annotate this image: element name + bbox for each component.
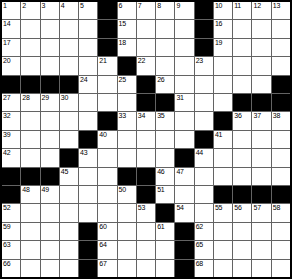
crossword-cell[interactable] (156, 39, 174, 56)
crossword-cell[interactable] (233, 168, 251, 185)
clue-number: 27 (3, 94, 10, 102)
crossword-cell-black (21, 168, 39, 185)
clue-number: 64 (99, 241, 106, 249)
crossword-cell[interactable] (214, 57, 232, 74)
crossword-cell[interactable] (60, 241, 78, 258)
clue-number: 54 (176, 204, 183, 212)
clue-number: 5 (80, 2, 84, 10)
crossword-cell[interactable]: 56 (233, 204, 251, 221)
crossword-cell[interactable] (98, 168, 116, 185)
crossword-cell[interactable]: 33 (118, 112, 136, 129)
clue-number: 7 (138, 2, 142, 10)
crossword-cell[interactable] (137, 20, 155, 37)
crossword-cell-black (79, 260, 97, 277)
crossword-cell[interactable] (21, 131, 39, 148)
crossword-cell[interactable] (214, 76, 232, 93)
crossword-cell[interactable] (252, 57, 270, 74)
crossword-cell[interactable]: 20 (2, 57, 20, 74)
crossword-cell-black (156, 204, 174, 221)
crossword-cell-black (214, 112, 232, 129)
crossword-cell[interactable] (156, 57, 174, 74)
clue-number: 41 (215, 131, 222, 139)
crossword-cell[interactable]: 23 (195, 57, 213, 74)
crossword-cell[interactable] (79, 186, 97, 203)
crossword-cell[interactable] (137, 39, 155, 56)
crossword-cell[interactable] (272, 39, 290, 56)
crossword-cell[interactable] (79, 94, 97, 111)
crossword-cell[interactable] (118, 260, 136, 277)
clue-number: 48 (22, 186, 29, 194)
crossword-cell[interactable] (175, 131, 193, 148)
clue-number: 9 (176, 2, 180, 10)
crossword-cell[interactable]: 24 (79, 76, 97, 93)
crossword-cell[interactable]: 18 (118, 39, 136, 56)
crossword-cell[interactable] (137, 260, 155, 277)
crossword-cell[interactable] (252, 131, 270, 148)
clue-number: 63 (3, 241, 10, 249)
crossword-cell[interactable] (41, 57, 59, 74)
crossword-cell[interactable] (252, 76, 270, 93)
crossword-cell[interactable] (252, 20, 270, 37)
crossword-cell[interactable] (21, 149, 39, 166)
clue-number: 26 (157, 76, 164, 84)
crossword-cell[interactable] (79, 57, 97, 74)
clue-number: 51 (157, 186, 164, 194)
crossword-cell[interactable] (41, 223, 59, 240)
crossword-cell[interactable] (195, 76, 213, 93)
clue-number: 3 (42, 2, 46, 10)
crossword-cell[interactable] (41, 112, 59, 129)
crossword-cell[interactable]: 45 (60, 168, 78, 185)
crossword-cell[interactable]: 4 (60, 2, 78, 19)
crossword-cell[interactable]: 50 (118, 186, 136, 203)
crossword-cell-black (137, 168, 155, 185)
clue-number: 35 (157, 112, 164, 120)
crossword-cell[interactable] (21, 204, 39, 221)
crossword-cell-black (118, 168, 136, 185)
crossword-cell[interactable] (98, 186, 116, 203)
crossword-cell[interactable] (98, 149, 116, 166)
clue-number: 57 (253, 204, 260, 212)
clue-number: 42 (3, 149, 10, 157)
crossword-cell[interactable] (41, 20, 59, 37)
crossword-cell[interactable]: 28 (21, 94, 39, 111)
crossword-cell[interactable] (137, 149, 155, 166)
crossword-cell[interactable] (21, 223, 39, 240)
crossword-cell[interactable]: 53 (137, 204, 155, 221)
crossword-cell[interactable] (233, 149, 251, 166)
crossword-cell[interactable] (195, 186, 213, 203)
crossword-cell-black (156, 94, 174, 111)
crossword-cell-black (60, 149, 78, 166)
crossword-cell[interactable] (21, 57, 39, 74)
crossword-grid: 1234567891011121314151617181920212223242… (0, 0, 292, 279)
crossword-cell[interactable] (60, 186, 78, 203)
clue-number: 12 (253, 2, 260, 10)
clue-number: 30 (61, 94, 68, 102)
crossword-cell[interactable] (233, 76, 251, 93)
crossword-cell[interactable] (175, 112, 193, 129)
crossword-cell[interactable]: 42 (2, 149, 20, 166)
crossword-cell[interactable] (21, 20, 39, 37)
clue-number: 22 (138, 57, 145, 65)
crossword-cell[interactable] (272, 260, 290, 277)
clue-number: 24 (80, 76, 87, 84)
crossword-cell[interactable]: 14 (2, 20, 20, 37)
crossword-cell[interactable] (41, 241, 59, 258)
crossword-cell-black (252, 186, 270, 203)
clue-number: 31 (176, 94, 183, 102)
crossword-cell[interactable] (252, 39, 270, 56)
clue-number: 60 (99, 223, 106, 231)
crossword-cell[interactable]: 44 (195, 149, 213, 166)
crossword-cell-black (272, 76, 290, 93)
crossword-cell[interactable] (214, 241, 232, 258)
crossword-cell[interactable] (60, 204, 78, 221)
crossword-cell[interactable] (137, 241, 155, 258)
crossword-cell[interactable] (233, 20, 251, 37)
crossword-cell[interactable]: 63 (2, 241, 20, 258)
crossword-cell[interactable] (21, 112, 39, 129)
crossword-cell-black (2, 186, 20, 203)
clue-number: 23 (196, 57, 203, 65)
crossword-cell[interactable] (118, 223, 136, 240)
crossword-cell[interactable]: 37 (252, 112, 270, 129)
crossword-cell[interactable] (79, 112, 97, 129)
crossword-cell[interactable] (175, 20, 193, 37)
crossword-cell[interactable] (175, 76, 193, 93)
crossword-cell[interactable]: 17 (2, 39, 20, 56)
clue-number: 46 (157, 168, 164, 176)
clue-number: 13 (273, 2, 280, 10)
crossword-cell[interactable]: 19 (214, 39, 232, 56)
crossword-cell-black (21, 76, 39, 93)
crossword-cell-black (175, 223, 193, 240)
crossword-cell[interactable]: 22 (137, 57, 155, 74)
clue-number: 15 (119, 20, 126, 28)
crossword-cell[interactable]: 57 (252, 204, 270, 221)
clue-number: 38 (273, 112, 280, 120)
crossword-cell-black (79, 241, 97, 258)
crossword-cell[interactable]: 40 (98, 131, 116, 148)
clue-number: 65 (196, 241, 203, 249)
crossword-cell-black (272, 186, 290, 203)
crossword-cell[interactable] (214, 260, 232, 277)
crossword-cell-black (41, 168, 59, 185)
crossword-cell-black (233, 94, 251, 111)
crossword-cell[interactable] (118, 131, 136, 148)
crossword-cell-black (2, 168, 20, 185)
crossword-cell[interactable]: 32 (2, 112, 20, 129)
crossword-cell-black (175, 260, 193, 277)
crossword-cell[interactable]: 15 (118, 20, 136, 37)
clue-number: 34 (138, 112, 145, 120)
crossword-cell[interactable] (214, 168, 232, 185)
crossword-cell[interactable] (118, 204, 136, 221)
crossword-cell[interactable] (233, 260, 251, 277)
clue-number: 17 (3, 39, 10, 47)
crossword-cell-black (233, 186, 251, 203)
clue-number: 44 (196, 149, 203, 157)
crossword-cell[interactable] (156, 241, 174, 258)
crossword-cell[interactable] (195, 168, 213, 185)
crossword-cell[interactable]: 65 (195, 241, 213, 258)
crossword-cell[interactable] (118, 241, 136, 258)
crossword-cell[interactable] (175, 39, 193, 56)
crossword-cell-black (252, 94, 270, 111)
crossword-cell[interactable] (79, 168, 97, 185)
crossword-cell[interactable] (41, 204, 59, 221)
crossword-cell[interactable]: 31 (175, 94, 193, 111)
crossword-cell[interactable] (252, 241, 270, 258)
crossword-cell-black (195, 39, 213, 56)
crossword-cell-black (118, 57, 136, 74)
crossword-cell[interactable] (60, 260, 78, 277)
crossword-cell[interactable]: 66 (2, 260, 20, 277)
crossword-cell[interactable]: 43 (79, 149, 97, 166)
crossword-cell[interactable] (21, 260, 39, 277)
clue-number: 2 (22, 2, 26, 10)
crossword-cell-black (175, 241, 193, 258)
crossword-cell[interactable]: 13 (272, 2, 290, 19)
crossword-cell[interactable] (252, 223, 270, 240)
crossword-cell-black (98, 20, 116, 37)
crossword-cell-black (137, 94, 155, 111)
crossword-cell[interactable]: 5 (79, 2, 97, 19)
crossword-cell[interactable]: 29 (41, 94, 59, 111)
clue-number: 58 (273, 204, 280, 212)
clue-number: 47 (176, 168, 183, 176)
clue-number: 16 (215, 20, 222, 28)
clue-number: 39 (3, 131, 10, 139)
crossword-cell[interactable] (21, 39, 39, 56)
crossword-cell[interactable]: 59 (2, 223, 20, 240)
crossword-cell[interactable] (233, 223, 251, 240)
crossword-cell[interactable]: 49 (41, 186, 59, 203)
crossword-puzzle: 1234567891011121314151617181920212223242… (0, 0, 292, 279)
crossword-cell[interactable] (252, 260, 270, 277)
crossword-cell[interactable] (272, 168, 290, 185)
clue-number: 61 (157, 223, 164, 231)
clue-number: 8 (157, 2, 161, 10)
crossword-cell[interactable]: 48 (21, 186, 39, 203)
crossword-cell-black (175, 149, 193, 166)
clue-number: 14 (3, 20, 10, 28)
clue-number: 1 (3, 2, 7, 10)
crossword-cell-black (41, 76, 59, 93)
clue-number: 11 (234, 2, 241, 10)
crossword-cell-black (2, 76, 20, 93)
crossword-cell[interactable]: 38 (272, 112, 290, 129)
crossword-cell[interactable]: 58 (272, 204, 290, 221)
crossword-cell-black (137, 76, 155, 93)
crossword-cell[interactable]: 10 (214, 2, 232, 19)
crossword-cell[interactable] (233, 241, 251, 258)
crossword-cell[interactable]: 21 (98, 57, 116, 74)
crossword-cell[interactable]: 55 (214, 204, 232, 221)
crossword-cell[interactable]: 64 (98, 241, 116, 258)
clue-number: 68 (196, 260, 203, 268)
crossword-cell[interactable] (79, 204, 97, 221)
crossword-cell-black (195, 2, 213, 19)
crossword-cell[interactable]: 60 (98, 223, 116, 240)
crossword-cell[interactable]: 11 (233, 2, 251, 19)
crossword-cell[interactable] (118, 149, 136, 166)
crossword-cell[interactable] (41, 149, 59, 166)
crossword-cell[interactable] (195, 204, 213, 221)
crossword-cell[interactable] (214, 94, 232, 111)
crossword-cell[interactable] (252, 168, 270, 185)
crossword-cell[interactable] (156, 131, 174, 148)
crossword-cell[interactable] (272, 223, 290, 240)
crossword-cell[interactable] (272, 57, 290, 74)
crossword-cell[interactable] (60, 57, 78, 74)
crossword-cell[interactable]: 16 (214, 20, 232, 37)
crossword-cell[interactable] (195, 94, 213, 111)
crossword-cell[interactable] (21, 241, 39, 258)
crossword-cell[interactable]: 51 (156, 186, 174, 203)
clue-number: 49 (42, 186, 49, 194)
crossword-cell[interactable] (60, 131, 78, 148)
clue-number: 53 (138, 204, 145, 212)
crossword-cell-black (137, 186, 155, 203)
crossword-cell-black (79, 131, 97, 148)
crossword-cell[interactable] (98, 76, 116, 93)
crossword-cell[interactable]: 68 (195, 260, 213, 277)
crossword-cell[interactable]: 26 (156, 76, 174, 93)
crossword-cell[interactable] (233, 131, 251, 148)
crossword-cell[interactable] (233, 57, 251, 74)
crossword-cell[interactable] (41, 260, 59, 277)
crossword-cell[interactable] (98, 204, 116, 221)
crossword-cell[interactable]: 2 (21, 2, 39, 19)
crossword-cell-black (60, 76, 78, 93)
clue-number: 6 (119, 2, 123, 10)
crossword-cell[interactable]: 9 (175, 2, 193, 19)
crossword-cell[interactable]: 46 (156, 168, 174, 185)
clue-number: 32 (3, 112, 10, 120)
crossword-cell[interactable] (60, 20, 78, 37)
crossword-cell[interactable] (214, 149, 232, 166)
crossword-cell[interactable]: 39 (2, 131, 20, 148)
crossword-cell[interactable]: 54 (175, 204, 193, 221)
crossword-cell[interactable] (272, 241, 290, 258)
clue-number: 4 (61, 2, 65, 10)
crossword-cell[interactable]: 61 (156, 223, 174, 240)
crossword-cell[interactable] (79, 20, 97, 37)
crossword-cell[interactable] (214, 223, 232, 240)
crossword-cell-black (98, 2, 116, 19)
crossword-cell[interactable] (272, 20, 290, 37)
crossword-cell-black (98, 39, 116, 56)
crossword-cell[interactable] (156, 149, 174, 166)
clue-number: 20 (3, 57, 10, 65)
clue-number: 19 (215, 39, 222, 47)
clue-number: 50 (119, 186, 126, 194)
crossword-cell-black (272, 94, 290, 111)
crossword-cell[interactable]: 67 (98, 260, 116, 277)
crossword-cell[interactable]: 52 (2, 204, 20, 221)
clue-number: 28 (22, 94, 29, 102)
crossword-cell[interactable]: 27 (2, 94, 20, 111)
crossword-cell[interactable] (137, 131, 155, 148)
crossword-cell[interactable] (175, 57, 193, 74)
clue-number: 18 (119, 39, 126, 47)
crossword-cell[interactable]: 47 (175, 168, 193, 185)
crossword-cell[interactable]: 8 (156, 2, 174, 19)
crossword-cell[interactable] (41, 39, 59, 56)
crossword-cell[interactable] (137, 223, 155, 240)
crossword-cell[interactable]: 41 (214, 131, 232, 148)
clue-number: 56 (234, 204, 241, 212)
clue-number: 36 (234, 112, 241, 120)
crossword-cell[interactable] (60, 112, 78, 129)
crossword-cell[interactable]: 30 (60, 94, 78, 111)
clue-number: 43 (80, 149, 87, 157)
clue-number: 21 (99, 57, 106, 65)
crossword-cell[interactable] (60, 39, 78, 56)
clue-number: 37 (253, 112, 260, 120)
crossword-cell[interactable] (79, 39, 97, 56)
crossword-cell[interactable] (118, 94, 136, 111)
clue-number: 67 (99, 260, 106, 268)
clue-number: 25 (119, 76, 126, 84)
clue-number: 52 (3, 204, 10, 212)
crossword-cell[interactable]: 1 (2, 2, 20, 19)
clue-number: 59 (3, 223, 10, 231)
clue-number: 40 (99, 131, 106, 139)
crossword-cell[interactable] (272, 131, 290, 148)
crossword-cell[interactable]: 7 (137, 2, 155, 19)
crossword-cell[interactable] (252, 149, 270, 166)
crossword-cell[interactable]: 34 (137, 112, 155, 129)
crossword-cell[interactable] (233, 39, 251, 56)
crossword-cell[interactable] (195, 112, 213, 129)
clue-number: 33 (119, 112, 126, 120)
crossword-cell-black (214, 186, 232, 203)
crossword-cell[interactable]: 3 (41, 2, 59, 19)
crossword-cell[interactable]: 6 (118, 2, 136, 19)
crossword-cell[interactable] (156, 260, 174, 277)
crossword-cell-black (98, 112, 116, 129)
crossword-cell[interactable]: 62 (195, 223, 213, 240)
crossword-cell-black (79, 223, 97, 240)
crossword-cell[interactable] (175, 186, 193, 203)
clue-number: 66 (3, 260, 10, 268)
crossword-cell-black (195, 131, 213, 148)
crossword-cell[interactable] (156, 20, 174, 37)
crossword-cell[interactable]: 25 (118, 76, 136, 93)
crossword-cell-black (195, 20, 213, 37)
clue-number: 29 (42, 94, 49, 102)
clue-number: 10 (215, 2, 222, 10)
clue-number: 45 (61, 168, 68, 176)
crossword-cell[interactable] (272, 149, 290, 166)
clue-number: 62 (196, 223, 203, 231)
crossword-cell[interactable] (41, 131, 59, 148)
crossword-cell[interactable] (98, 94, 116, 111)
crossword-cell[interactable]: 35 (156, 112, 174, 129)
clue-number: 55 (215, 204, 222, 212)
crossword-cell[interactable]: 36 (233, 112, 251, 129)
crossword-cell[interactable]: 12 (252, 2, 270, 19)
crossword-cell[interactable] (60, 223, 78, 240)
